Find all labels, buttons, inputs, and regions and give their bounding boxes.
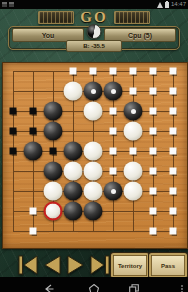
white-territory-marker[interactable]	[110, 108, 117, 115]
title-row: GO	[0, 10, 188, 25]
white-territory-marker[interactable]	[170, 68, 177, 75]
wifi-icon	[157, 2, 163, 8]
home-icon	[89, 284, 99, 292]
scoreboard: You Cpu (5) B: -35.5	[8, 24, 180, 50]
white-territory-marker[interactable]	[170, 168, 177, 175]
white-territory-marker[interactable]	[170, 108, 177, 115]
black-territory-marker[interactable]	[10, 128, 17, 135]
white-territory-marker[interactable]	[150, 68, 157, 75]
white-stone[interactable]	[84, 182, 103, 201]
white-stone[interactable]	[64, 162, 83, 181]
white-territory-marker[interactable]	[150, 228, 157, 235]
white-territory-marker[interactable]	[30, 228, 37, 235]
black-territory-marker[interactable]	[10, 148, 17, 155]
black-stone-dead[interactable]	[104, 82, 123, 101]
white-territory-marker[interactable]	[30, 208, 37, 215]
white-territory-marker[interactable]	[110, 68, 117, 75]
go-app-screen: 14:47 GO You Cpu (5) B: -35.5	[0, 0, 188, 292]
dead-mark-icon	[131, 109, 136, 114]
back-icon	[44, 284, 54, 292]
next-move-button[interactable]	[65, 254, 87, 276]
white-stone[interactable]	[124, 122, 143, 141]
android-status-bar: 14:47	[0, 0, 188, 9]
white-territory-marker[interactable]	[70, 68, 77, 75]
white-stone[interactable]	[84, 142, 103, 161]
status-notification-icons	[2, 2, 14, 7]
recents-icon	[129, 284, 139, 292]
title-ornament-left-icon	[38, 11, 74, 24]
app-title: GO	[80, 10, 107, 25]
black-stone[interactable]	[44, 102, 63, 121]
black-stone-dead[interactable]	[124, 102, 143, 121]
recents-button[interactable]	[129, 280, 139, 290]
goban[interactable]	[2, 62, 188, 249]
white-territory-marker[interactable]	[170, 128, 177, 135]
white-territory-marker[interactable]	[110, 168, 117, 175]
title-ornament-right-icon	[114, 11, 150, 24]
white-stone[interactable]	[84, 102, 103, 121]
controls-bar: Territory Pass	[0, 252, 188, 278]
white-territory-marker[interactable]	[170, 208, 177, 215]
back-button[interactable]	[44, 280, 54, 290]
dead-mark-icon	[91, 89, 96, 94]
score-estimate: B: -35.5	[66, 40, 122, 52]
android-nav-bar	[0, 277, 188, 292]
black-stone-dead[interactable]	[104, 182, 123, 201]
black-white-stone-sphere-icon	[87, 24, 102, 39]
black-stone[interactable]	[44, 122, 63, 141]
territory-button[interactable]: Territory	[113, 255, 147, 276]
notification-icon	[9, 2, 14, 7]
white-territory-marker[interactable]	[150, 88, 157, 95]
white-stone-last-move[interactable]	[44, 202, 63, 221]
white-territory-marker[interactable]	[150, 168, 157, 175]
black-territory-marker[interactable]	[50, 148, 57, 155]
first-move-button[interactable]	[17, 254, 39, 276]
white-territory-marker[interactable]	[90, 68, 97, 75]
white-territory-marker[interactable]	[150, 208, 157, 215]
battery-icon	[165, 2, 169, 8]
white-stone[interactable]	[64, 82, 83, 101]
menu-button[interactable]	[180, 280, 184, 290]
white-territory-marker[interactable]	[170, 148, 177, 155]
white-territory-marker[interactable]	[170, 88, 177, 95]
black-territory-marker[interactable]	[30, 108, 37, 115]
notification-icon	[2, 2, 7, 7]
previous-move-button[interactable]	[41, 254, 63, 276]
black-territory-marker[interactable]	[30, 128, 37, 135]
black-stone[interactable]	[44, 162, 63, 181]
white-territory-marker[interactable]	[130, 148, 137, 155]
last-move-button[interactable]	[89, 254, 111, 276]
black-stone[interactable]	[64, 182, 83, 201]
white-stone[interactable]	[84, 162, 103, 181]
black-stone[interactable]	[64, 142, 83, 161]
white-territory-marker[interactable]	[150, 108, 157, 115]
white-stone[interactable]	[124, 162, 143, 181]
white-territory-marker[interactable]	[110, 128, 117, 135]
clock: 14:47	[171, 1, 186, 8]
white-stone[interactable]	[44, 182, 63, 201]
overflow-menu-icon	[180, 284, 184, 292]
status-system-icons: 14:47	[157, 1, 186, 8]
black-stone[interactable]	[24, 142, 43, 161]
white-stone[interactable]	[124, 182, 143, 201]
home-button[interactable]	[89, 280, 99, 290]
white-territory-marker[interactable]	[150, 128, 157, 135]
dead-mark-icon	[111, 189, 116, 194]
white-territory-marker[interactable]	[150, 148, 157, 155]
black-stone-dead[interactable]	[84, 82, 103, 101]
white-territory-marker[interactable]	[170, 188, 177, 195]
white-territory-marker[interactable]	[130, 88, 137, 95]
white-territory-marker[interactable]	[110, 148, 117, 155]
white-territory-marker[interactable]	[150, 188, 157, 195]
black-stone[interactable]	[64, 202, 83, 221]
white-territory-marker[interactable]	[170, 228, 177, 235]
white-territory-marker[interactable]	[130, 68, 137, 75]
black-stone[interactable]	[84, 202, 103, 221]
pass-button[interactable]: Pass	[151, 255, 185, 276]
black-territory-marker[interactable]	[10, 108, 17, 115]
dead-mark-icon	[111, 89, 116, 94]
